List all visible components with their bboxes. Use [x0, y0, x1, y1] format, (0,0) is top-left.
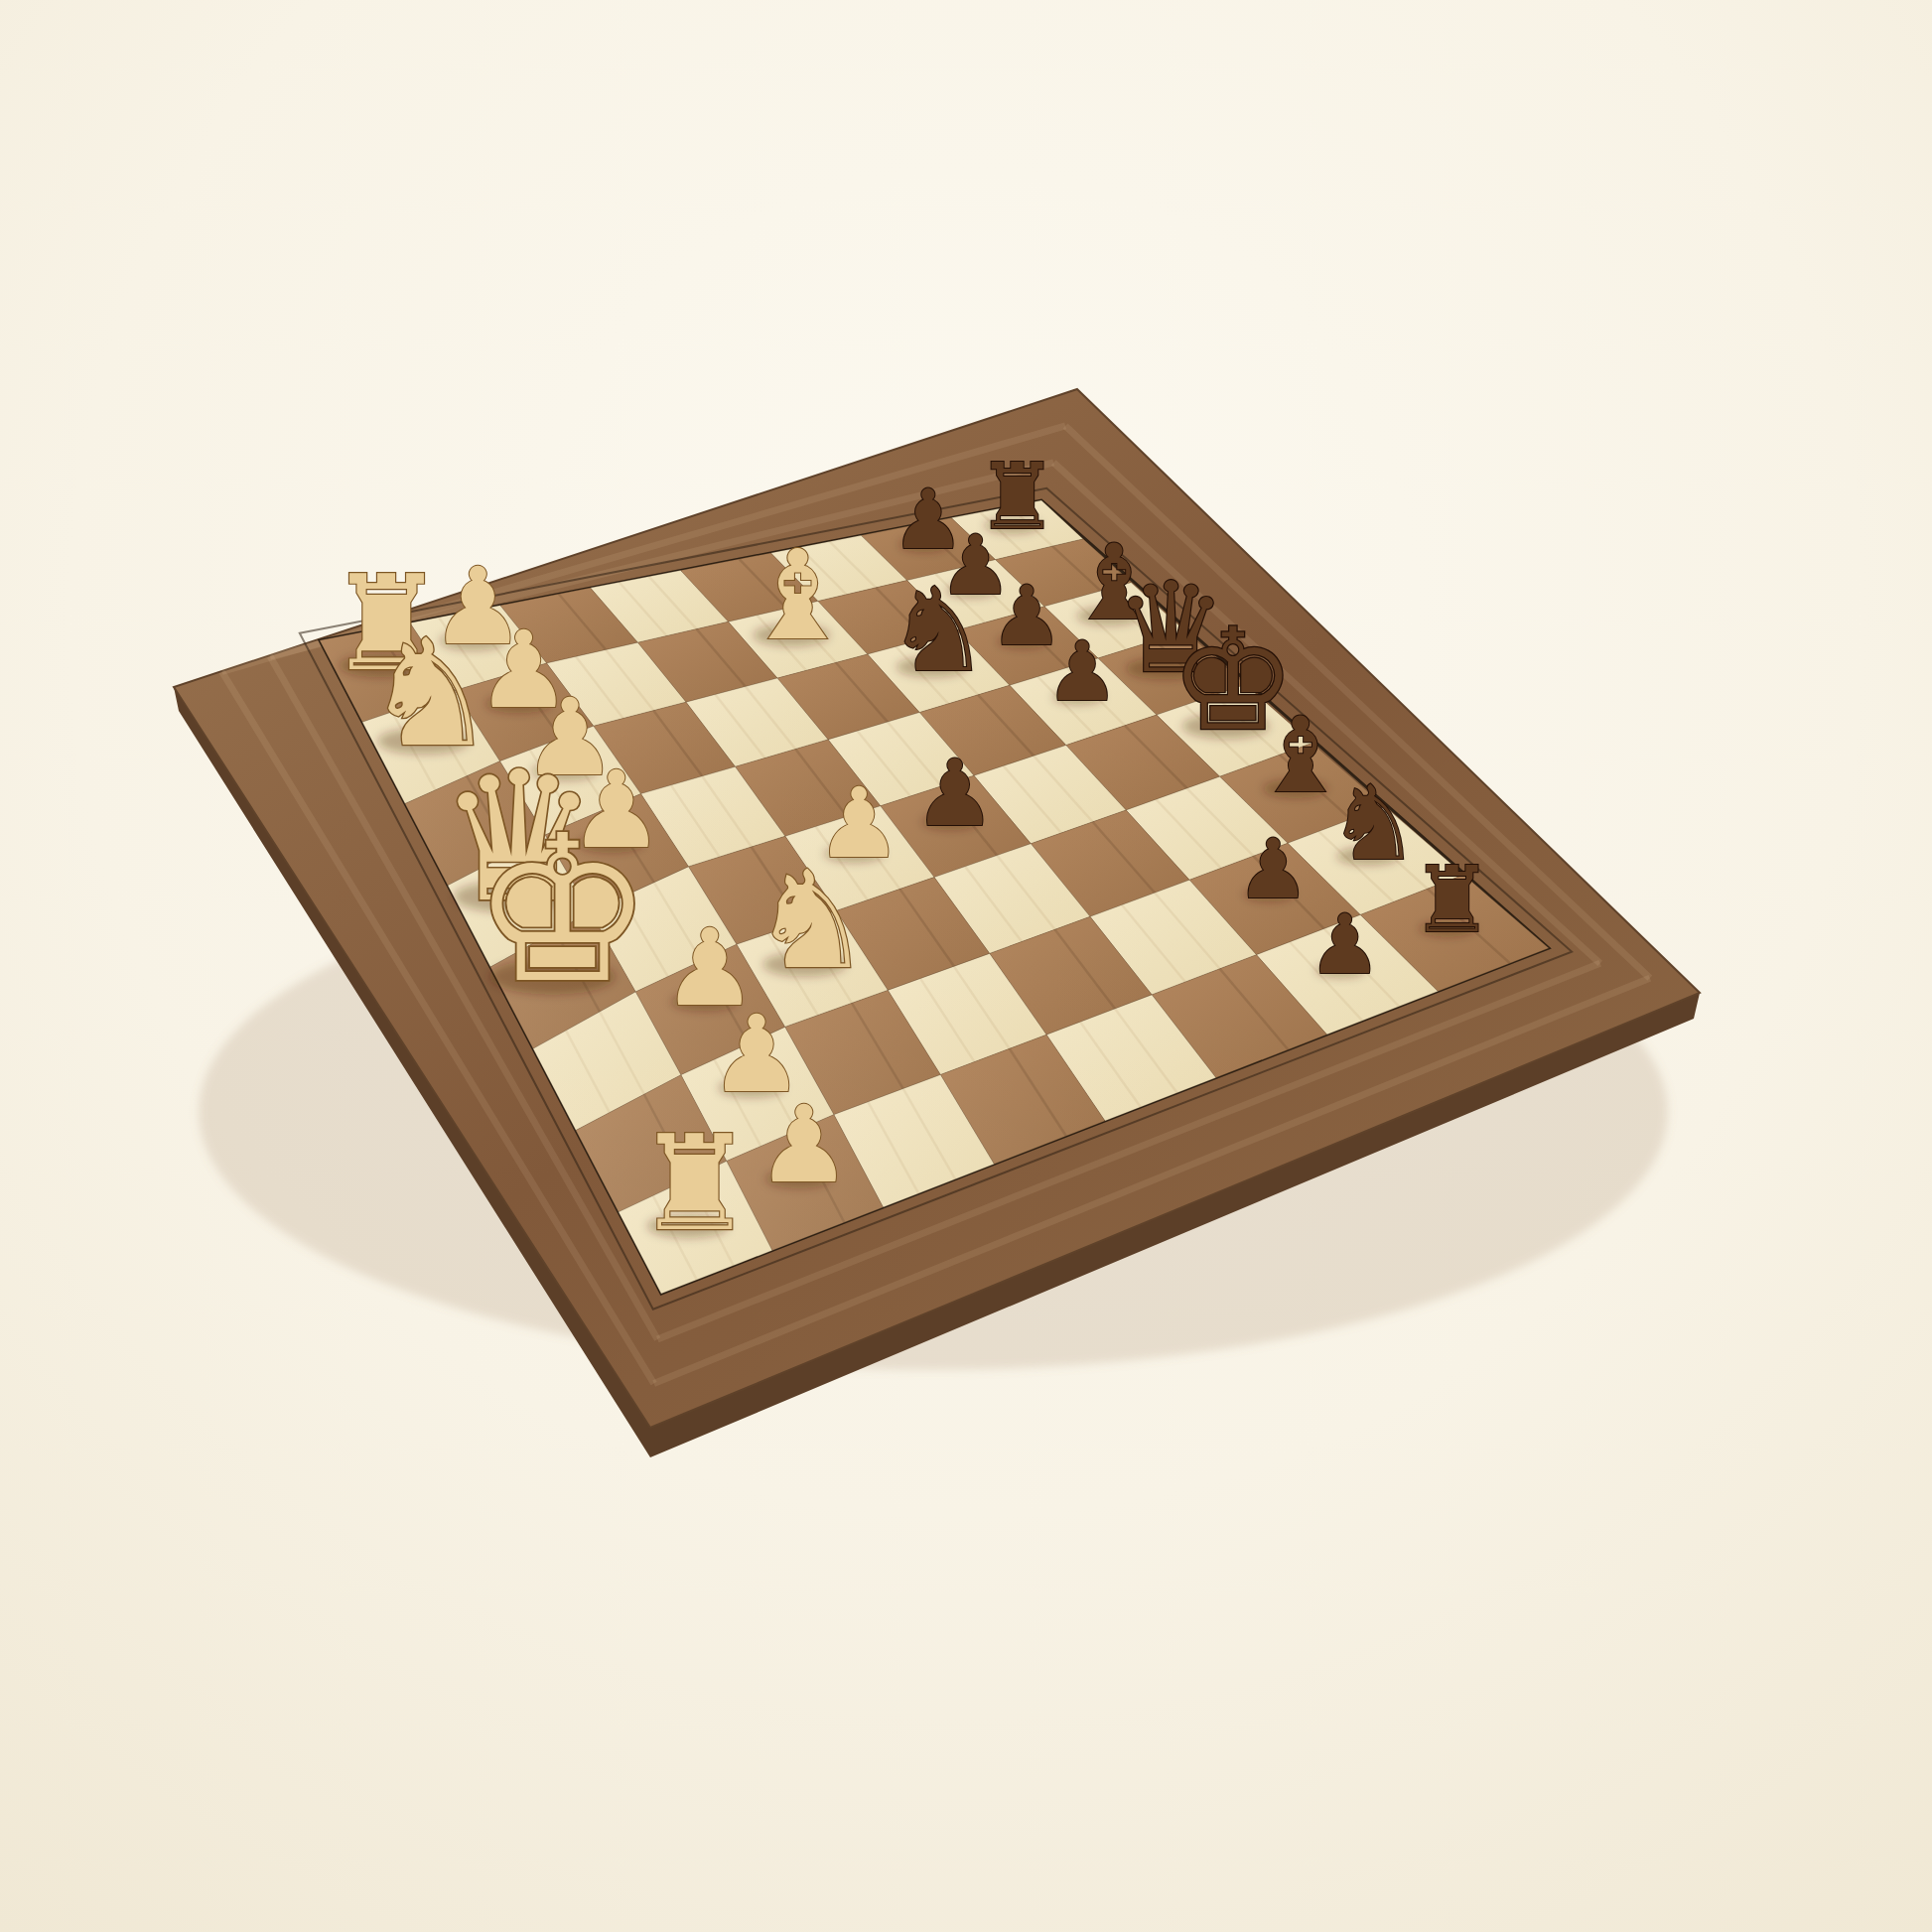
- white-pawn-h2: ♟: [757, 1082, 852, 1206]
- piece-glyph: ♟: [1045, 623, 1119, 720]
- piece-glyph: ♟: [757, 1082, 852, 1206]
- black-pawn-e5: ♟: [913, 740, 996, 847]
- white-knight-f3: ♞: [751, 842, 872, 999]
- piece-glyph: ♚: [472, 792, 653, 1028]
- piece-glyph: ♞: [1327, 763, 1420, 883]
- white-bishop-b5: ♝: [743, 523, 854, 667]
- black-knight-c6: ♞: [887, 563, 990, 697]
- black-pawn-g7: ♟: [1236, 821, 1310, 917]
- black-pawn-h7: ♟: [1309, 897, 1382, 993]
- black-knight-g8: ♞: [1327, 763, 1420, 883]
- black-rook-h8: ♜: [1411, 846, 1493, 953]
- piece-glyph: ♞: [751, 842, 872, 999]
- black-pawn-d7: ♟: [1045, 623, 1119, 720]
- piece-glyph: ♞: [887, 563, 990, 697]
- piece-glyph: ♜: [1411, 846, 1493, 953]
- piece-glyph: ♟: [1236, 821, 1310, 917]
- white-rook-h1: ♜: [635, 1107, 754, 1260]
- piece-glyph: ♟: [913, 740, 996, 847]
- piece-glyph: ♝: [743, 523, 854, 667]
- piece-glyph: ♟: [1309, 897, 1382, 993]
- piece-glyph: ♜: [635, 1107, 754, 1260]
- chess-board: ♜♟♟♝♝♟♟♜♞♛♟♟♚♞♟♝♟♟♟♞♟♛♜♞♟♚♟♟♟♜: [0, 0, 1932, 1932]
- white-king-e1: ♚: [472, 792, 653, 1028]
- chessboard-product-photo: ♜♟♟♝♝♟♟♜♞♛♟♟♚♞♟♝♟♟♟♞♟♛♜♞♟♚♟♟♟♜: [0, 0, 1932, 1932]
